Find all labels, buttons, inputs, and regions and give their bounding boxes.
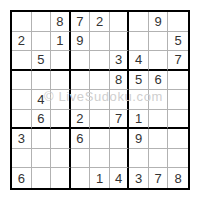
- cell-r1c4-given: 7: [71, 12, 91, 32]
- cell-r2c6-empty[interactable]: [110, 32, 130, 52]
- cell-r2c8-empty[interactable]: [149, 32, 169, 52]
- cell-r2c9-given: 5: [168, 32, 188, 52]
- cell-r2c2-empty[interactable]: [32, 32, 52, 52]
- cell-r5c2-given: 4: [32, 90, 52, 110]
- cell-r5c8-empty[interactable]: [149, 90, 169, 110]
- cell-r1c3-given: 8: [51, 12, 71, 32]
- cell-r2c1-given: 2: [12, 32, 32, 52]
- cell-r6c4-given: 2: [71, 110, 91, 130]
- cell-r4c4-empty[interactable]: [71, 71, 91, 91]
- cell-r6c2-given: 6: [32, 110, 52, 130]
- cell-r5c4-empty[interactable]: [71, 90, 91, 110]
- cell-r6c7-given: 1: [129, 110, 149, 130]
- cell-r5c7-empty[interactable]: [129, 90, 149, 110]
- cell-r4c2-empty[interactable]: [32, 71, 52, 91]
- cell-r7c3-empty[interactable]: [51, 129, 71, 149]
- cell-r5c5-empty[interactable]: [90, 90, 110, 110]
- cell-r6c8-empty[interactable]: [149, 110, 169, 130]
- cell-r8c3-empty[interactable]: [51, 149, 71, 169]
- cell-r5c3-empty[interactable]: [51, 90, 71, 110]
- cell-r1c1-empty[interactable]: [12, 12, 32, 32]
- cell-r9c4-empty[interactable]: [71, 168, 91, 188]
- cell-r9c3-empty[interactable]: [51, 168, 71, 188]
- cell-r8c1-empty[interactable]: [12, 149, 32, 169]
- cell-r3c8-empty[interactable]: [149, 51, 169, 71]
- cell-r3c1-empty[interactable]: [12, 51, 32, 71]
- cell-r7c6-empty[interactable]: [110, 129, 130, 149]
- cell-r9c5-given: 1: [90, 168, 110, 188]
- cell-r8c2-empty[interactable]: [32, 149, 52, 169]
- cell-r4c1-empty[interactable]: [12, 71, 32, 91]
- cell-r6c9-empty[interactable]: [168, 110, 188, 130]
- cell-r3c2-given: 5: [32, 51, 52, 71]
- cell-r8c8-empty[interactable]: [149, 149, 169, 169]
- cell-r9c2-empty[interactable]: [32, 168, 52, 188]
- cell-r4c6-given: 8: [110, 71, 130, 91]
- cell-r7c7-given: 9: [129, 129, 149, 149]
- cell-r5c9-empty[interactable]: [168, 90, 188, 110]
- cell-r9c8-given: 7: [149, 168, 169, 188]
- cell-r9c6-given: 4: [110, 168, 130, 188]
- cell-r4c8-given: 6: [149, 71, 169, 91]
- cell-r9c9-given: 8: [168, 168, 188, 188]
- cell-r4c5-empty[interactable]: [90, 71, 110, 91]
- cell-r1c2-empty[interactable]: [32, 12, 52, 32]
- cell-r9c1-given: 6: [12, 168, 32, 188]
- cell-r6c5-empty[interactable]: [90, 110, 110, 130]
- cell-r1c7-empty[interactable]: [129, 12, 149, 32]
- cell-r3c6-given: 3: [110, 51, 130, 71]
- cell-r9c7-given: 3: [129, 168, 149, 188]
- cell-r7c1-given: 3: [12, 129, 32, 149]
- cell-r2c5-empty[interactable]: [90, 32, 110, 52]
- cell-r5c6-empty[interactable]: [110, 90, 130, 110]
- cell-r8c7-empty[interactable]: [129, 149, 149, 169]
- cell-r7c9-empty[interactable]: [168, 129, 188, 149]
- sudoku-board: 87292195534785646271369614378: [10, 10, 190, 190]
- cell-r8c4-empty[interactable]: [71, 149, 91, 169]
- cell-r7c8-empty[interactable]: [149, 129, 169, 149]
- cell-r5c1-empty[interactable]: [12, 90, 32, 110]
- cell-r6c1-empty[interactable]: [12, 110, 32, 130]
- cell-r7c2-empty[interactable]: [32, 129, 52, 149]
- cell-r6c6-given: 7: [110, 110, 130, 130]
- cell-r1c8-given: 9: [149, 12, 169, 32]
- cell-r7c5-empty[interactable]: [90, 129, 110, 149]
- cell-r3c7-given: 4: [129, 51, 149, 71]
- cell-r4c3-empty[interactable]: [51, 71, 71, 91]
- cell-r8c5-empty[interactable]: [90, 149, 110, 169]
- cell-r2c7-empty[interactable]: [129, 32, 149, 52]
- cell-r1c5-given: 2: [90, 12, 110, 32]
- cell-r2c4-given: 9: [71, 32, 91, 52]
- cell-r8c6-empty[interactable]: [110, 149, 130, 169]
- cell-r3c9-given: 7: [168, 51, 188, 71]
- cell-r2c3-given: 1: [51, 32, 71, 52]
- cell-r1c6-empty[interactable]: [110, 12, 130, 32]
- cell-r1c9-empty[interactable]: [168, 12, 188, 32]
- cell-r4c7-given: 5: [129, 71, 149, 91]
- cell-r4c9-empty[interactable]: [168, 71, 188, 91]
- cell-r7c4-given: 6: [71, 129, 91, 149]
- cell-r8c9-empty[interactable]: [168, 149, 188, 169]
- cell-r6c3-empty[interactable]: [51, 110, 71, 130]
- cell-r3c3-empty[interactable]: [51, 51, 71, 71]
- cell-r3c4-empty[interactable]: [71, 51, 91, 71]
- sudoku-page: 87292195534785646271369614378 © LiveSudo…: [0, 0, 200, 200]
- cell-r3c5-empty[interactable]: [90, 51, 110, 71]
